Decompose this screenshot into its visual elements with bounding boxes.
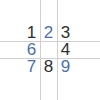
sudoku-cell-r1c1[interactable] bbox=[40, 41, 57, 58]
sudoku-cell-r2c0[interactable]: 7 bbox=[23, 58, 40, 75]
sudoku-cell-r2c2[interactable]: 9 bbox=[57, 58, 74, 75]
sudoku-board: 12364789 bbox=[0, 0, 100, 100]
sudoku-cell-r1c2[interactable]: 4 bbox=[57, 41, 74, 58]
sudoku-cell-r0c1[interactable]: 2 bbox=[40, 24, 57, 41]
sudoku-cell-r2c1[interactable]: 8 bbox=[40, 58, 57, 75]
sudoku-cell-r1c0[interactable]: 6 bbox=[23, 41, 40, 58]
sudoku-cell-r0c0[interactable]: 1 bbox=[23, 24, 40, 41]
sudoku-digit-grid: 12364789 bbox=[23, 24, 74, 75]
sudoku-cell-r0c2[interactable]: 3 bbox=[57, 24, 74, 41]
